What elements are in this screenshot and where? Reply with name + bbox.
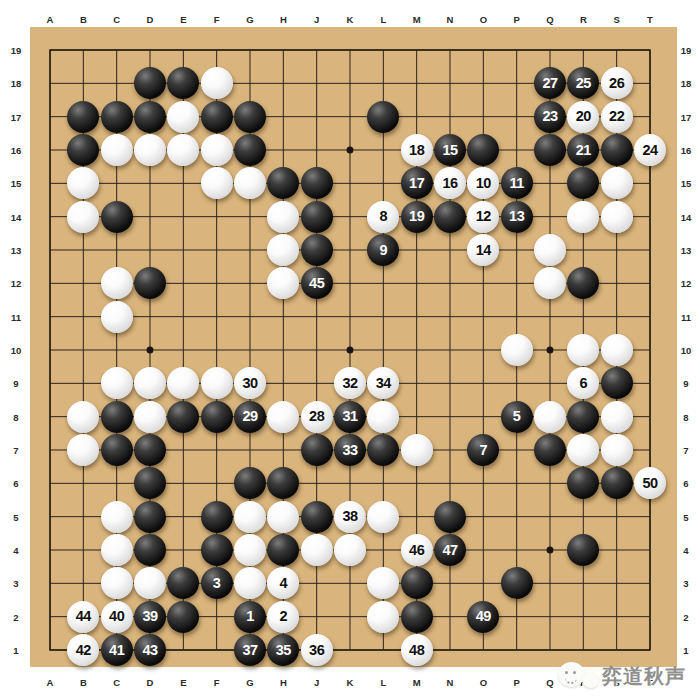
star-point-Q10 xyxy=(546,346,553,353)
black-stone-R18-move-25: 25 xyxy=(567,67,599,99)
white-stone-H13 xyxy=(267,234,299,266)
black-stone-Q16 xyxy=(534,134,566,166)
white-stone-C3 xyxy=(101,567,133,599)
black-stone-F8 xyxy=(201,401,233,433)
wechat-smiley-icon xyxy=(558,660,600,692)
white-stone-C11 xyxy=(101,301,133,333)
black-stone-J15 xyxy=(301,167,333,199)
white-stone-D3 xyxy=(134,567,166,599)
white-stone-H8 xyxy=(267,401,299,433)
black-stone-J14 xyxy=(301,201,333,233)
col-label-top-B: B xyxy=(80,14,87,25)
black-stone-L17 xyxy=(367,101,399,133)
white-stone-Q8 xyxy=(534,401,566,433)
white-stone-C2-move-40: 40 xyxy=(101,601,133,633)
col-label-bottom-Q: Q xyxy=(546,677,553,688)
black-stone-N16-move-15: 15 xyxy=(434,134,466,166)
black-stone-D18 xyxy=(134,67,166,99)
white-stone-Q12 xyxy=(534,267,566,299)
black-stone-D5 xyxy=(134,501,166,533)
white-stone-Q13 xyxy=(534,234,566,266)
white-stone-S15 xyxy=(601,167,633,199)
black-stone-R12 xyxy=(567,267,599,299)
wechat-small-bubble-icon xyxy=(582,672,599,688)
black-stone-B16 xyxy=(67,134,99,166)
black-stone-R15 xyxy=(567,167,599,199)
white-stone-R14 xyxy=(567,201,599,233)
black-stone-H1-move-35: 35 xyxy=(267,634,299,666)
row-label-left-7: 7 xyxy=(13,444,18,455)
col-label-top-P: P xyxy=(513,14,519,25)
white-stone-L2 xyxy=(367,601,399,633)
black-stone-E18 xyxy=(167,67,199,99)
black-stone-J13 xyxy=(301,234,333,266)
col-label-top-M: M xyxy=(413,14,421,25)
black-stone-E8 xyxy=(167,401,199,433)
row-label-left-10: 10 xyxy=(11,344,22,355)
white-stone-L5 xyxy=(367,501,399,533)
row-label-right-4: 4 xyxy=(683,544,688,555)
black-stone-Q17-move-23: 23 xyxy=(534,101,566,133)
black-stone-C7 xyxy=(101,434,133,466)
black-stone-C14 xyxy=(101,201,133,233)
star-point-D10 xyxy=(146,346,153,353)
row-label-left-15: 15 xyxy=(11,178,22,189)
black-stone-G8-move-29: 29 xyxy=(234,401,266,433)
white-stone-C12 xyxy=(101,267,133,299)
white-stone-F9 xyxy=(201,367,233,399)
white-stone-F16 xyxy=(201,134,233,166)
col-label-top-T: T xyxy=(647,14,653,25)
black-stone-M2 xyxy=(401,601,433,633)
white-stone-G3 xyxy=(234,567,266,599)
white-stone-J8-move-28: 28 xyxy=(301,401,333,433)
white-stone-B8 xyxy=(67,401,99,433)
white-stone-E17 xyxy=(167,101,199,133)
wechat-face-bubble-icon xyxy=(558,662,585,687)
white-stone-B14 xyxy=(67,201,99,233)
white-stone-S17-move-22: 22 xyxy=(601,101,633,133)
row-label-right-3: 3 xyxy=(683,578,688,589)
black-stone-N14 xyxy=(434,201,466,233)
white-stone-K5-move-38: 38 xyxy=(334,501,366,533)
white-stone-S8 xyxy=(601,401,633,433)
black-stone-J5 xyxy=(301,501,333,533)
row-label-right-19: 19 xyxy=(681,45,692,56)
black-stone-F4 xyxy=(201,534,233,566)
col-label-bottom-K: K xyxy=(347,677,354,688)
black-stone-Q18-move-27: 27 xyxy=(534,67,566,99)
row-label-left-16: 16 xyxy=(11,144,22,155)
black-stone-N4-move-47: 47 xyxy=(434,534,466,566)
row-label-left-3: 3 xyxy=(13,578,18,589)
row-label-left-6: 6 xyxy=(13,478,18,489)
row-label-left-2: 2 xyxy=(13,611,18,622)
black-stone-K8-move-31: 31 xyxy=(334,401,366,433)
white-stone-D9 xyxy=(134,367,166,399)
black-stone-G17 xyxy=(234,101,266,133)
white-stone-S18-move-26: 26 xyxy=(601,67,633,99)
white-stone-L9-move-34: 34 xyxy=(367,367,399,399)
col-label-bottom-D: D xyxy=(147,677,154,688)
white-stone-O14-move-12: 12 xyxy=(467,201,499,233)
white-stone-D8 xyxy=(134,401,166,433)
star-point-K10 xyxy=(346,346,353,353)
col-label-bottom-A: A xyxy=(47,677,54,688)
white-stone-L3 xyxy=(367,567,399,599)
white-stone-R9-move-6: 6 xyxy=(567,367,599,399)
black-stone-G1-move-37: 37 xyxy=(234,634,266,666)
white-stone-E9 xyxy=(167,367,199,399)
black-stone-J12-move-45: 45 xyxy=(301,267,333,299)
row-label-right-11: 11 xyxy=(681,311,691,322)
row-label-right-10: 10 xyxy=(681,344,692,355)
black-stone-C1-move-41: 41 xyxy=(101,634,133,666)
white-stone-T6-move-50: 50 xyxy=(634,467,666,499)
black-stone-J7 xyxy=(301,434,333,466)
white-stone-T16-move-24: 24 xyxy=(634,134,666,166)
white-stone-S7 xyxy=(601,434,633,466)
white-stone-J4 xyxy=(301,534,333,566)
black-stone-P15-move-11: 11 xyxy=(501,167,533,199)
black-stone-D7 xyxy=(134,434,166,466)
white-stone-C5 xyxy=(101,501,133,533)
col-label-bottom-J: J xyxy=(314,677,319,688)
white-stone-M16-move-18: 18 xyxy=(401,134,433,166)
white-stone-C16 xyxy=(101,134,133,166)
row-label-right-16: 16 xyxy=(681,144,692,155)
col-label-bottom-E: E xyxy=(180,677,186,688)
row-label-right-5: 5 xyxy=(683,511,688,522)
col-label-top-H: H xyxy=(280,14,287,25)
col-label-bottom-P: P xyxy=(513,677,519,688)
row-label-right-15: 15 xyxy=(681,178,692,189)
row-label-left-19: 19 xyxy=(11,45,22,56)
row-label-left-14: 14 xyxy=(11,211,22,222)
row-label-right-12: 12 xyxy=(681,278,692,289)
row-label-right-2: 2 xyxy=(683,611,688,622)
row-label-right-6: 6 xyxy=(683,478,688,489)
col-label-bottom-F: F xyxy=(214,677,220,688)
white-stone-G4 xyxy=(234,534,266,566)
black-stone-F5 xyxy=(201,501,233,533)
white-stone-N15-move-16: 16 xyxy=(434,167,466,199)
col-label-top-Q: Q xyxy=(546,14,553,25)
black-stone-K7-move-33: 33 xyxy=(334,434,366,466)
white-stone-S14 xyxy=(601,201,633,233)
white-stone-J1-move-36: 36 xyxy=(301,634,333,666)
col-label-top-J: J xyxy=(314,14,319,25)
col-label-bottom-H: H xyxy=(280,677,287,688)
row-label-right-1: 1 xyxy=(683,644,688,655)
black-stone-L13-move-9: 9 xyxy=(367,234,399,266)
black-stone-F3-move-3: 3 xyxy=(201,567,233,599)
white-stone-R10 xyxy=(567,334,599,366)
col-label-bottom-M: M xyxy=(413,677,421,688)
row-label-right-17: 17 xyxy=(681,111,692,122)
white-stone-O15-move-10: 10 xyxy=(467,167,499,199)
black-stone-D4 xyxy=(134,534,166,566)
white-stone-H12 xyxy=(267,267,299,299)
row-label-left-18: 18 xyxy=(11,78,22,89)
col-label-bottom-G: G xyxy=(246,677,253,688)
row-label-left-12: 12 xyxy=(11,278,22,289)
black-stone-O16 xyxy=(467,134,499,166)
white-stone-B7 xyxy=(67,434,99,466)
white-stone-C9 xyxy=(101,367,133,399)
col-label-top-N: N xyxy=(447,14,454,25)
white-stone-G9-move-30: 30 xyxy=(234,367,266,399)
white-stone-M7 xyxy=(401,434,433,466)
white-stone-B15 xyxy=(67,167,99,199)
white-stone-H2-move-2: 2 xyxy=(267,601,299,633)
row-label-right-8: 8 xyxy=(683,411,688,422)
white-stone-K9-move-32: 32 xyxy=(334,367,366,399)
row-label-right-7: 7 xyxy=(683,444,688,455)
row-label-left-8: 8 xyxy=(13,411,18,422)
black-stone-E2 xyxy=(167,601,199,633)
white-stone-S10 xyxy=(601,334,633,366)
star-point-Q4 xyxy=(546,546,553,553)
row-label-left-13: 13 xyxy=(11,244,22,255)
white-stone-P10 xyxy=(501,334,533,366)
col-label-bottom-L: L xyxy=(380,677,386,688)
black-stone-F17 xyxy=(201,101,233,133)
black-stone-C8 xyxy=(101,401,133,433)
star-point-K16 xyxy=(346,146,353,153)
black-stone-O7-move-7: 7 xyxy=(467,434,499,466)
black-stone-P3 xyxy=(501,567,533,599)
black-stone-C17 xyxy=(101,101,133,133)
black-stone-H4 xyxy=(267,534,299,566)
black-stone-D12 xyxy=(134,267,166,299)
black-stone-P8-move-5: 5 xyxy=(501,401,533,433)
white-stone-K4 xyxy=(334,534,366,566)
col-label-bottom-B: B xyxy=(80,677,87,688)
white-stone-H5 xyxy=(267,501,299,533)
row-label-right-9: 9 xyxy=(683,378,688,389)
col-label-bottom-O: O xyxy=(480,677,487,688)
col-label-top-D: D xyxy=(147,14,154,25)
black-stone-D6 xyxy=(134,467,166,499)
black-stone-S16 xyxy=(601,134,633,166)
black-stone-S9 xyxy=(601,367,633,399)
white-stone-M4-move-46: 46 xyxy=(401,534,433,566)
black-stone-N5 xyxy=(434,501,466,533)
black-stone-D2-move-39: 39 xyxy=(134,601,166,633)
white-stone-C4 xyxy=(101,534,133,566)
black-stone-G16 xyxy=(234,134,266,166)
col-label-top-K: K xyxy=(347,14,354,25)
black-stone-D1-move-43: 43 xyxy=(134,634,166,666)
white-stone-B2-move-44: 44 xyxy=(67,601,99,633)
white-stone-F15 xyxy=(201,167,233,199)
white-stone-F18 xyxy=(201,67,233,99)
black-stone-B17 xyxy=(67,101,99,133)
black-stone-G6 xyxy=(234,467,266,499)
white-stone-O13-move-14: 14 xyxy=(467,234,499,266)
white-stone-D16 xyxy=(134,134,166,166)
col-label-top-O: O xyxy=(480,14,487,25)
black-stone-L7 xyxy=(367,434,399,466)
white-stone-B1-move-42: 42 xyxy=(67,634,99,666)
row-label-left-1: 1 xyxy=(13,644,18,655)
col-label-top-C: C xyxy=(113,14,120,25)
white-stone-R17-move-20: 20 xyxy=(567,101,599,133)
black-stone-R8 xyxy=(567,401,599,433)
watermark: 弈道秋声 xyxy=(558,659,686,693)
black-stone-M14-move-19: 19 xyxy=(401,201,433,233)
white-stone-L14-move-8: 8 xyxy=(367,201,399,233)
row-label-left-11: 11 xyxy=(11,311,21,322)
white-stone-H3-move-4: 4 xyxy=(267,567,299,599)
row-label-right-14: 14 xyxy=(681,211,692,222)
black-stone-D17 xyxy=(134,101,166,133)
row-label-left-5: 5 xyxy=(13,511,18,522)
black-stone-Q7 xyxy=(534,434,566,466)
row-label-left-4: 4 xyxy=(13,544,18,555)
white-stone-L8 xyxy=(367,401,399,433)
white-stone-G15 xyxy=(234,167,266,199)
black-stone-H6 xyxy=(267,467,299,499)
black-stone-H15 xyxy=(267,167,299,199)
black-stone-E3 xyxy=(167,567,199,599)
black-stone-R6 xyxy=(567,467,599,499)
black-stone-P14-move-13: 13 xyxy=(501,201,533,233)
black-stone-M3 xyxy=(401,567,433,599)
col-label-bottom-N: N xyxy=(447,677,454,688)
col-label-top-S: S xyxy=(613,14,619,25)
row-label-left-9: 9 xyxy=(13,378,18,389)
col-label-top-L: L xyxy=(380,14,386,25)
col-label-top-R: R xyxy=(580,14,587,25)
black-stone-M15-move-17: 17 xyxy=(401,167,433,199)
col-label-top-F: F xyxy=(214,14,220,25)
white-stone-E16 xyxy=(167,134,199,166)
white-stone-R7 xyxy=(567,434,599,466)
col-label-top-E: E xyxy=(180,14,186,25)
black-stone-R4 xyxy=(567,534,599,566)
white-stone-H14 xyxy=(267,201,299,233)
white-stone-G5 xyxy=(234,501,266,533)
col-label-top-G: G xyxy=(246,14,253,25)
row-label-left-17: 17 xyxy=(11,111,22,122)
black-stone-S6 xyxy=(601,467,633,499)
row-label-right-18: 18 xyxy=(681,78,692,89)
watermark-text: 弈道秋声 xyxy=(602,663,686,690)
col-label-bottom-C: C xyxy=(113,677,120,688)
black-stone-O2-move-49: 49 xyxy=(467,601,499,633)
black-stone-R16-move-21: 21 xyxy=(567,134,599,166)
col-label-top-A: A xyxy=(47,14,54,25)
black-stone-G2-move-1: 1 xyxy=(234,601,266,633)
white-stone-M1-move-48: 48 xyxy=(401,634,433,666)
go-diagram-page: 弈道秋声 27252623202218152124171610118191213… xyxy=(0,0,700,700)
row-label-right-13: 13 xyxy=(681,244,692,255)
